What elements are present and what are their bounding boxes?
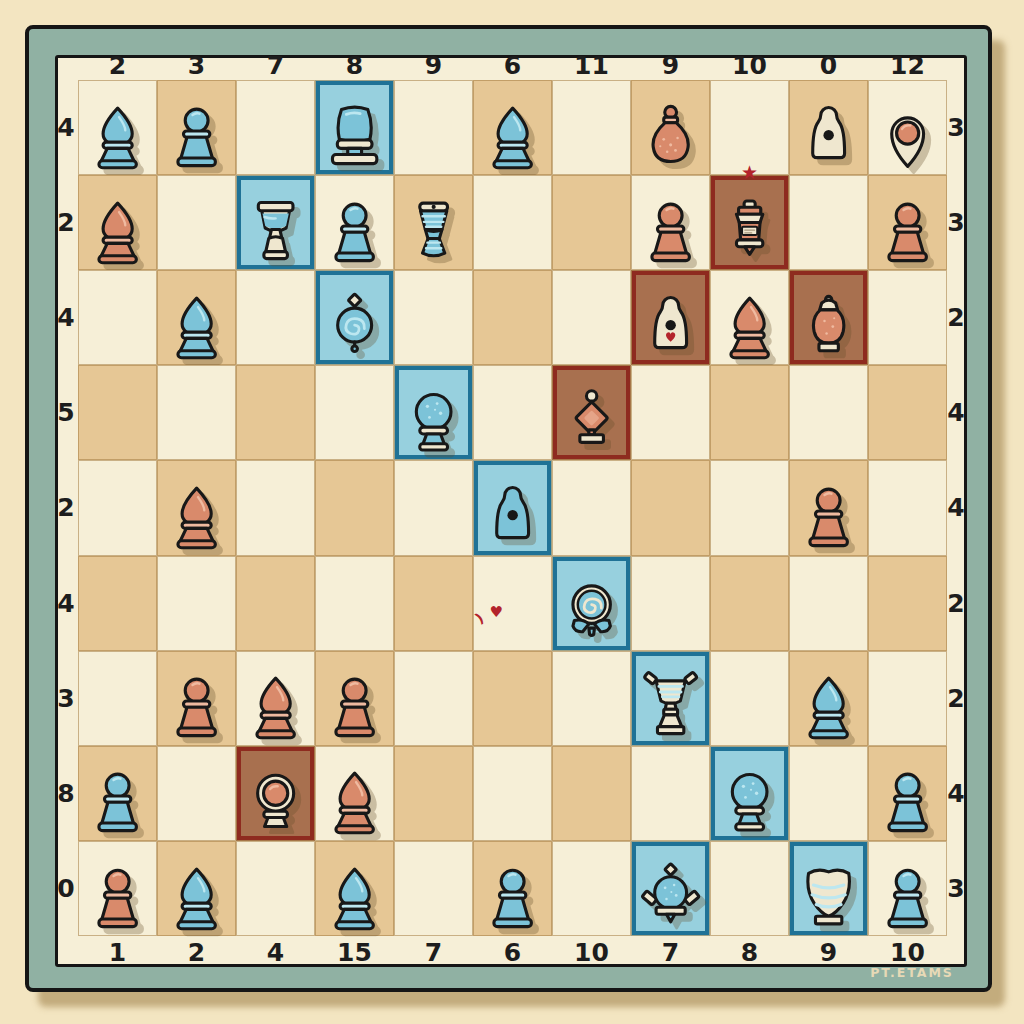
square-r9-c11[interactable] bbox=[868, 841, 947, 936]
square-r5-c4[interactable] bbox=[315, 460, 394, 555]
piece-red-pawn[interactable] bbox=[320, 656, 389, 743]
top-label-2: 3 bbox=[157, 51, 236, 80]
square-r3-c2[interactable] bbox=[157, 270, 236, 365]
piece-blue-bishop[interactable] bbox=[162, 276, 231, 363]
artist-signature: PT.ETAMS bbox=[856, 965, 968, 980]
square-r8-c2[interactable] bbox=[157, 746, 236, 841]
bottom-label-6: 6 bbox=[473, 938, 552, 967]
square-r4-c7[interactable] bbox=[552, 365, 631, 460]
square-r5-c11[interactable] bbox=[868, 460, 947, 555]
bottom-coordinate-labels: 12415761078910 bbox=[78, 938, 947, 964]
square-r7-c1[interactable] bbox=[78, 651, 157, 746]
square-r4-c8[interactable] bbox=[631, 365, 710, 460]
piece-red-pawn[interactable] bbox=[162, 656, 231, 743]
left-label-9: 0 bbox=[55, 841, 77, 936]
square-r8-c10[interactable] bbox=[789, 746, 868, 841]
left-label-4: 5 bbox=[55, 365, 77, 460]
piece-blue-snow-globe[interactable] bbox=[715, 751, 784, 838]
square-r4-c9[interactable] bbox=[710, 365, 789, 460]
piece-blue-striped-goblet[interactable] bbox=[399, 181, 468, 268]
square-r6-c6[interactable]: ♥) bbox=[473, 556, 552, 651]
square-r6-c3[interactable] bbox=[236, 556, 315, 651]
left-label-5: 2 bbox=[55, 460, 77, 555]
square-r9-c8[interactable] bbox=[631, 841, 710, 936]
square-r1-c9[interactable] bbox=[710, 80, 789, 175]
square-r3-c5[interactable] bbox=[394, 270, 473, 365]
right-label-6: 2 bbox=[945, 556, 967, 651]
square-r8-c8[interactable] bbox=[631, 746, 710, 841]
left-label-8: 8 bbox=[55, 746, 77, 841]
square-r5-c10[interactable] bbox=[789, 460, 868, 555]
square-r4-c6[interactable] bbox=[473, 365, 552, 460]
square-r9-c2[interactable] bbox=[157, 841, 236, 936]
left-label-3: 4 bbox=[55, 270, 77, 365]
square-r3-c3[interactable] bbox=[236, 270, 315, 365]
right-label-2: 3 bbox=[945, 175, 967, 270]
top-label-1: 2 bbox=[78, 51, 157, 80]
top-label-11: 12 bbox=[868, 51, 947, 80]
piece-blue-pawn[interactable] bbox=[83, 751, 152, 838]
square-r1-c3[interactable] bbox=[236, 80, 315, 175]
piece-red-pin[interactable] bbox=[873, 86, 942, 173]
square-r1-c1[interactable] bbox=[78, 80, 157, 175]
square-r8-c9[interactable] bbox=[710, 746, 789, 841]
square-r6-c7[interactable] bbox=[552, 556, 631, 651]
board-scene: 23789611910012 12415761078910 424524380 … bbox=[0, 0, 1024, 1024]
game-board: ★♥) bbox=[78, 80, 947, 936]
square-r4-c5[interactable] bbox=[394, 365, 473, 460]
left-label-7: 3 bbox=[55, 651, 77, 746]
piece-red-pawn[interactable] bbox=[83, 847, 152, 934]
square-r6-c4[interactable] bbox=[315, 556, 394, 651]
piece-red-bishop[interactable] bbox=[241, 656, 310, 743]
square-r6-c8[interactable] bbox=[631, 556, 710, 651]
piece-blue-pawn[interactable] bbox=[162, 86, 231, 173]
curl-mark: ) bbox=[472, 610, 485, 625]
square-r9-c6[interactable] bbox=[473, 841, 552, 936]
top-label-9: 10 bbox=[710, 51, 789, 80]
piece-red-bishop[interactable] bbox=[162, 466, 231, 553]
square-r4-c2[interactable] bbox=[157, 365, 236, 460]
square-r8-c7[interactable] bbox=[552, 746, 631, 841]
square-r2-c9[interactable]: ★ bbox=[710, 175, 789, 270]
piece-blue-trophy[interactable] bbox=[636, 656, 705, 743]
square-r9-c9[interactable] bbox=[710, 841, 789, 936]
square-r5-c8[interactable] bbox=[631, 460, 710, 555]
square-r6-c1[interactable] bbox=[78, 556, 157, 651]
square-r2-c10[interactable] bbox=[789, 175, 868, 270]
square-r5-c1[interactable] bbox=[78, 460, 157, 555]
right-label-4: 4 bbox=[945, 365, 967, 460]
top-label-8: 9 bbox=[631, 51, 710, 80]
top-label-4: 8 bbox=[315, 51, 394, 80]
bottom-label-4: 15 bbox=[315, 938, 394, 967]
square-r1-c5[interactable] bbox=[394, 80, 473, 175]
square-r3-c8[interactable] bbox=[631, 270, 710, 365]
left-label-1: 4 bbox=[55, 80, 77, 175]
square-r8-c3[interactable] bbox=[236, 746, 315, 841]
square-r5-c6[interactable] bbox=[473, 460, 552, 555]
right-coordinate-labels: 332442243 bbox=[945, 80, 967, 936]
piece-blue-pawn[interactable] bbox=[478, 847, 547, 934]
square-r7-c8[interactable] bbox=[631, 651, 710, 746]
heart-mark: ♥ bbox=[489, 605, 502, 620]
piece-red-urn[interactable] bbox=[794, 276, 863, 363]
square-r7-c5[interactable] bbox=[394, 651, 473, 746]
square-r2-c3[interactable] bbox=[236, 175, 315, 270]
piece-cream-orb[interactable] bbox=[241, 751, 310, 838]
piece-blue-bell[interactable] bbox=[478, 466, 547, 553]
piece-red-bishop[interactable] bbox=[320, 751, 389, 838]
piece-blue-stamp[interactable] bbox=[320, 86, 389, 173]
square-r6-c11[interactable] bbox=[868, 556, 947, 651]
square-r1-c4[interactable] bbox=[315, 80, 394, 175]
bottom-label-2: 2 bbox=[157, 938, 236, 967]
square-r8-c5[interactable] bbox=[394, 746, 473, 841]
top-coordinate-labels: 23789611910012 bbox=[78, 51, 947, 77]
piece-blue-potion[interactable] bbox=[636, 847, 705, 934]
top-label-10: 0 bbox=[789, 51, 868, 80]
piece-red-pawn[interactable] bbox=[636, 181, 705, 268]
square-r2-c2[interactable] bbox=[157, 175, 236, 270]
square-r1-c11[interactable] bbox=[868, 80, 947, 175]
piece-blue-bishop[interactable] bbox=[320, 847, 389, 934]
square-r9-c10[interactable] bbox=[789, 841, 868, 936]
right-label-8: 4 bbox=[945, 746, 967, 841]
square-r7-c6[interactable] bbox=[473, 651, 552, 746]
square-r8-c1[interactable] bbox=[78, 746, 157, 841]
left-label-6: 4 bbox=[55, 556, 77, 651]
square-r2-c7[interactable] bbox=[552, 175, 631, 270]
square-r2-c1[interactable] bbox=[78, 175, 157, 270]
square-r3-c9[interactable] bbox=[710, 270, 789, 365]
piece-blue-bishop[interactable] bbox=[83, 86, 152, 173]
right-label-1: 3 bbox=[945, 80, 967, 175]
square-r1-c8[interactable] bbox=[631, 80, 710, 175]
square-r7-c10[interactable] bbox=[789, 651, 868, 746]
square-r4-c4[interactable] bbox=[315, 365, 394, 460]
piece-red-bishop[interactable] bbox=[715, 276, 784, 363]
square-r7-c3[interactable] bbox=[236, 651, 315, 746]
bottom-label-1: 1 bbox=[78, 938, 157, 967]
square-r2-c6[interactable] bbox=[473, 175, 552, 270]
square-r9-c3[interactable] bbox=[236, 841, 315, 936]
square-r1-c6[interactable] bbox=[473, 80, 552, 175]
square-r2-c5[interactable] bbox=[394, 175, 473, 270]
square-r3-c7[interactable] bbox=[552, 270, 631, 365]
bottom-label-8: 7 bbox=[631, 938, 710, 967]
square-r9-c4[interactable] bbox=[315, 841, 394, 936]
top-label-6: 6 bbox=[473, 51, 552, 80]
bottom-label-5: 7 bbox=[394, 938, 473, 967]
square-r5-c5[interactable] bbox=[394, 460, 473, 555]
square-r8-c11[interactable] bbox=[868, 746, 947, 841]
left-label-2: 2 bbox=[55, 175, 77, 270]
piece-red-pawn[interactable] bbox=[794, 466, 863, 553]
piece-blue-pendant[interactable] bbox=[320, 276, 389, 363]
square-r7-c7[interactable] bbox=[552, 651, 631, 746]
piece-red-pawn[interactable] bbox=[873, 181, 942, 268]
square-r6-c2[interactable] bbox=[157, 556, 236, 651]
left-coordinate-labels: 424524380 bbox=[55, 80, 77, 936]
bottom-label-10: 9 bbox=[789, 938, 868, 967]
square-r1-c2[interactable] bbox=[157, 80, 236, 175]
square-r3-c1[interactable] bbox=[78, 270, 157, 365]
square-r4-c3[interactable] bbox=[236, 365, 315, 460]
square-r2-c11[interactable] bbox=[868, 175, 947, 270]
piece-blue-pawn[interactable] bbox=[873, 847, 942, 934]
right-label-7: 2 bbox=[945, 651, 967, 746]
square-r6-c10[interactable] bbox=[789, 556, 868, 651]
piece-red-jar[interactable] bbox=[715, 181, 784, 268]
square-r9-c7[interactable] bbox=[552, 841, 631, 936]
square-r4-c10[interactable] bbox=[789, 365, 868, 460]
bottom-label-7: 10 bbox=[552, 938, 631, 967]
square-r7-c9[interactable] bbox=[710, 651, 789, 746]
square-r4-c1[interactable] bbox=[78, 365, 157, 460]
piece-blue-bishop[interactable] bbox=[478, 86, 547, 173]
square-r7-c11[interactable] bbox=[868, 651, 947, 746]
piece-blue-shield[interactable] bbox=[794, 847, 863, 934]
piece-blue-lollipop[interactable] bbox=[557, 561, 626, 648]
square-r5-c7[interactable] bbox=[552, 460, 631, 555]
square-r3-c10[interactable] bbox=[789, 270, 868, 365]
piece-blue-bishop[interactable] bbox=[794, 656, 863, 743]
top-label-7: 11 bbox=[552, 51, 631, 80]
right-label-3: 2 bbox=[945, 270, 967, 365]
top-label-5: 9 bbox=[394, 51, 473, 80]
piece-blue-snow-globe[interactable] bbox=[399, 371, 468, 458]
bottom-label-11: 10 bbox=[868, 938, 947, 967]
square-r8-c4[interactable] bbox=[315, 746, 394, 841]
piece-blue-goblet[interactable] bbox=[241, 181, 310, 268]
square-r6-c5[interactable] bbox=[394, 556, 473, 651]
square-r2-c8[interactable] bbox=[631, 175, 710, 270]
square-r5-c9[interactable] bbox=[710, 460, 789, 555]
square-r9-c1[interactable] bbox=[78, 841, 157, 936]
square-r3-c4[interactable] bbox=[315, 270, 394, 365]
square-r3-c11[interactable] bbox=[868, 270, 947, 365]
top-label-3: 7 bbox=[236, 51, 315, 80]
square-r8-c6[interactable] bbox=[473, 746, 552, 841]
piece-red-bishop[interactable] bbox=[83, 181, 152, 268]
bottom-label-3: 4 bbox=[236, 938, 315, 967]
right-label-9: 3 bbox=[945, 841, 967, 936]
square-r9-c5[interactable] bbox=[394, 841, 473, 936]
square-r5-c2[interactable] bbox=[157, 460, 236, 555]
square-r7-c2[interactable] bbox=[157, 651, 236, 746]
piece-blue-pawn[interactable] bbox=[320, 181, 389, 268]
square-r1-c7[interactable] bbox=[552, 80, 631, 175]
square-r7-c4[interactable] bbox=[315, 651, 394, 746]
square-r2-c4[interactable] bbox=[315, 175, 394, 270]
square-r6-c9[interactable] bbox=[710, 556, 789, 651]
square-r1-c10[interactable] bbox=[789, 80, 868, 175]
piece-red-flask[interactable] bbox=[636, 86, 705, 173]
piece-cream-bell[interactable] bbox=[794, 86, 863, 173]
square-r4-c11[interactable] bbox=[868, 365, 947, 460]
right-label-5: 4 bbox=[945, 460, 967, 555]
square-r5-c3[interactable] bbox=[236, 460, 315, 555]
bottom-label-9: 8 bbox=[710, 938, 789, 967]
piece-red-diamond[interactable] bbox=[557, 371, 626, 458]
piece-cream-bell[interactable] bbox=[636, 276, 705, 363]
piece-blue-pawn[interactable] bbox=[873, 751, 942, 838]
piece-blue-bishop[interactable] bbox=[162, 847, 231, 934]
square-r3-c6[interactable] bbox=[473, 270, 552, 365]
